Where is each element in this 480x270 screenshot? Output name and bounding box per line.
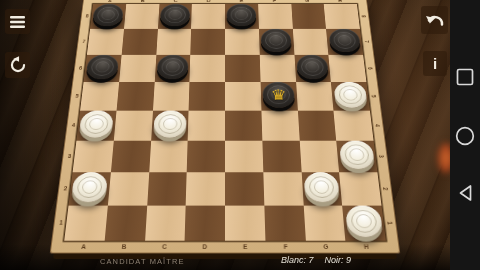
square-f1[interactable] (264, 206, 305, 241)
square-d4[interactable] (188, 111, 225, 141)
square-a4[interactable] (76, 111, 116, 141)
file-label: G (305, 241, 346, 254)
square-h4[interactable] (334, 111, 374, 141)
square-a7[interactable] (87, 29, 124, 55)
square-e8[interactable] (225, 4, 259, 29)
square-outline-icon (456, 68, 474, 86)
square-e6[interactable] (225, 55, 260, 82)
square-a1[interactable] (64, 206, 107, 241)
square-f5[interactable]: ♛ (260, 82, 297, 111)
square-b3[interactable] (111, 141, 151, 173)
piece-black-man-a6[interactable] (86, 55, 119, 79)
piece-black-man-c6[interactable] (157, 55, 189, 79)
square-f3[interactable] (262, 141, 301, 173)
board-frame: ABCDEFGH 87654321 87654321 ♛ ABCDEFGH (50, 0, 401, 253)
square-f6[interactable] (260, 55, 296, 82)
restart-arrow-icon (9, 56, 27, 74)
square-b7[interactable] (121, 29, 157, 55)
file-label: H (346, 241, 388, 254)
square-h6[interactable] (329, 55, 367, 82)
square-g5[interactable] (296, 82, 334, 111)
square-a2[interactable] (69, 172, 111, 205)
square-g4[interactable] (297, 111, 336, 141)
info-icon: i (433, 56, 437, 71)
info-button[interactable]: i (423, 51, 447, 76)
hamburger-icon (10, 16, 25, 28)
difficulty-level-label: CANDIDAT MAÎTRE (100, 257, 185, 266)
square-b6[interactable] (119, 55, 156, 82)
square-a6[interactable] (84, 55, 122, 82)
square-c5[interactable] (153, 82, 190, 111)
piece-white-man-g2[interactable] (303, 172, 339, 202)
piece-black-man-a8[interactable] (92, 4, 124, 26)
square-e4[interactable] (225, 111, 262, 141)
home-button[interactable] (450, 126, 480, 146)
square-c8[interactable] (158, 4, 192, 29)
square-e1[interactable] (225, 206, 265, 241)
white-score-label: Blanc: 7 (281, 255, 314, 265)
square-h3[interactable] (336, 141, 377, 173)
square-g3[interactable] (299, 141, 339, 173)
android-nav-bar (450, 0, 480, 270)
piece-white-man-c4[interactable] (153, 111, 187, 138)
app-screen: ABCDEFGH 87654321 87654321 ♛ ABCDEFGH CA… (0, 0, 480, 270)
square-c1[interactable] (145, 206, 186, 241)
square-h8[interactable] (324, 4, 360, 29)
piece-black-man-g6[interactable] (296, 55, 329, 79)
square-e2[interactable] (225, 172, 264, 205)
score-row: Blanc: 7 Noir: 9 (281, 255, 351, 265)
square-h7[interactable] (326, 29, 363, 55)
square-d7[interactable] (190, 29, 225, 55)
square-g1[interactable] (303, 206, 345, 241)
square-g7[interactable] (292, 29, 328, 55)
piece-black-man-h7[interactable] (328, 29, 361, 52)
piece-white-man-h5[interactable] (333, 82, 367, 108)
circle-outline-icon (455, 126, 475, 146)
file-label: B (103, 241, 144, 254)
king-crown-icon: ♛ (270, 88, 286, 102)
square-g8[interactable] (291, 4, 326, 29)
square-d6[interactable] (190, 55, 225, 82)
square-f2[interactable] (263, 172, 303, 205)
square-b4[interactable] (114, 111, 153, 141)
square-c2[interactable] (147, 172, 187, 205)
file-label: F (265, 241, 306, 254)
recents-button[interactable] (450, 68, 480, 86)
piece-white-man-h3[interactable] (339, 141, 375, 169)
square-a3[interactable] (73, 141, 114, 173)
file-label: C (144, 241, 185, 254)
piece-black-man-f7[interactable] (261, 29, 292, 52)
square-d1[interactable] (185, 206, 225, 241)
undo-arrow-icon (425, 11, 445, 30)
square-b2[interactable] (108, 172, 149, 205)
square-f4[interactable] (261, 111, 299, 141)
triangle-left-outline-icon (457, 183, 474, 203)
menu-button[interactable] (5, 9, 30, 34)
square-b5[interactable] (116, 82, 154, 111)
undo-button[interactable] (421, 6, 448, 34)
square-e7[interactable] (225, 29, 260, 55)
square-d5[interactable] (189, 82, 225, 111)
piece-black-man-e8[interactable] (227, 4, 257, 26)
checkers-board: ABCDEFGH 87654321 87654321 ♛ ABCDEFGH (49, 0, 401, 259)
piece-white-man-a2[interactable] (71, 172, 108, 202)
square-c4[interactable] (151, 111, 189, 141)
square-c3[interactable] (149, 141, 188, 173)
file-label: D (184, 241, 225, 254)
square-h2[interactable] (339, 172, 381, 205)
square-e3[interactable] (225, 141, 263, 173)
square-h1[interactable] (342, 206, 385, 241)
square-d2[interactable] (186, 172, 225, 205)
square-d8[interactable] (191, 4, 225, 29)
board-grid: ♛ (64, 4, 386, 241)
piece-white-man-a4[interactable] (79, 111, 114, 138)
piece-black-man-c8[interactable] (160, 4, 190, 26)
piece-white-man-h1[interactable] (345, 206, 383, 238)
file-label: A (63, 241, 105, 254)
square-f8[interactable] (258, 4, 292, 29)
square-b1[interactable] (104, 206, 146, 241)
piece-black-king-f5[interactable]: ♛ (262, 82, 295, 108)
square-d3[interactable] (187, 141, 225, 173)
back-button[interactable] (450, 183, 480, 203)
square-f7[interactable] (259, 29, 294, 55)
square-b8[interactable] (124, 4, 159, 29)
square-a5[interactable] (80, 82, 119, 111)
square-a8[interactable] (90, 4, 126, 29)
square-c6[interactable] (154, 55, 190, 82)
square-g2[interactable] (301, 172, 342, 205)
square-c7[interactable] (156, 29, 191, 55)
black-score-label: Noir: 9 (325, 255, 352, 265)
square-e5[interactable] (225, 82, 261, 111)
files-bottom: ABCDEFGH (63, 241, 388, 254)
restart-button[interactable] (5, 52, 30, 78)
square-h5[interactable] (331, 82, 370, 111)
file-label: E (225, 241, 266, 254)
square-g6[interactable] (294, 55, 331, 82)
